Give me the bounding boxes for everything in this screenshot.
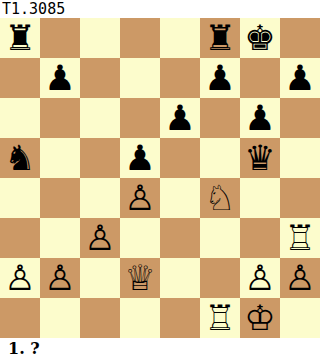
black-rook-f8[interactable]: ♜ <box>204 18 235 58</box>
square-c1[interactable] <box>80 298 120 338</box>
square-g3[interactable] <box>240 218 280 258</box>
black-pawn-h7[interactable]: ♟ <box>284 58 315 98</box>
black-pawn-b7[interactable]: ♟ <box>44 58 75 98</box>
square-h5[interactable] <box>280 138 320 178</box>
square-g7[interactable] <box>240 58 280 98</box>
white-knight-f4[interactable]: ♘ <box>204 178 235 218</box>
square-b5[interactable] <box>40 138 80 178</box>
puzzle-id-label: T1.3085 <box>0 0 65 18</box>
square-a1[interactable] <box>0 298 40 338</box>
square-a8[interactable]: ♜ <box>0 18 40 58</box>
square-e8[interactable] <box>160 18 200 58</box>
square-f5[interactable] <box>200 138 240 178</box>
square-d4[interactable]: ♙ <box>120 178 160 218</box>
square-b8[interactable] <box>40 18 80 58</box>
square-f8[interactable]: ♜ <box>200 18 240 58</box>
square-f3[interactable] <box>200 218 240 258</box>
white-pawn-d4[interactable]: ♙ <box>124 178 155 218</box>
square-h4[interactable] <box>280 178 320 218</box>
square-b2[interactable]: ♙ <box>40 258 80 298</box>
white-pawn-c3[interactable]: ♙ <box>84 218 115 258</box>
square-g5[interactable]: ♛ <box>240 138 280 178</box>
square-e2[interactable] <box>160 258 200 298</box>
square-b4[interactable] <box>40 178 80 218</box>
white-rook-f1[interactable]: ♖ <box>204 298 235 338</box>
square-b7[interactable]: ♟ <box>40 58 80 98</box>
white-king-g1[interactable]: ♔ <box>244 298 275 338</box>
square-b1[interactable] <box>40 298 80 338</box>
square-e6[interactable]: ♟ <box>160 98 200 138</box>
square-e4[interactable] <box>160 178 200 218</box>
square-d6[interactable] <box>120 98 160 138</box>
square-c6[interactable] <box>80 98 120 138</box>
square-c5[interactable] <box>80 138 120 178</box>
square-e3[interactable] <box>160 218 200 258</box>
square-d3[interactable] <box>120 218 160 258</box>
square-c3[interactable]: ♙ <box>80 218 120 258</box>
square-h6[interactable] <box>280 98 320 138</box>
square-d5[interactable]: ♟ <box>120 138 160 178</box>
move-prompt-label: 1. ? <box>0 338 40 360</box>
square-b3[interactable] <box>40 218 80 258</box>
black-pawn-e6[interactable]: ♟ <box>164 98 195 138</box>
black-pawn-d5[interactable]: ♟ <box>124 138 155 178</box>
black-pawn-f7[interactable]: ♟ <box>204 58 235 98</box>
square-f7[interactable]: ♟ <box>200 58 240 98</box>
square-f2[interactable] <box>200 258 240 298</box>
square-g4[interactable] <box>240 178 280 218</box>
black-queen-g5[interactable]: ♛ <box>244 138 275 178</box>
square-f6[interactable] <box>200 98 240 138</box>
white-pawn-b2[interactable]: ♙ <box>44 258 75 298</box>
white-pawn-g2[interactable]: ♙ <box>244 258 275 298</box>
white-rook-h3[interactable]: ♖ <box>284 218 315 258</box>
square-h1[interactable] <box>280 298 320 338</box>
square-e1[interactable] <box>160 298 200 338</box>
puzzle-app: T1.3085 ♜♜♚♟♟♟♟♟♞♟♛♙♘♙♖♙♙♕♙♙♖♔ 1. ? <box>0 0 320 360</box>
chess-board: ♜♜♚♟♟♟♟♟♞♟♛♙♘♙♖♙♙♕♙♙♖♔ <box>0 18 320 338</box>
square-h7[interactable]: ♟ <box>280 58 320 98</box>
square-a2[interactable]: ♙ <box>0 258 40 298</box>
square-b6[interactable] <box>40 98 80 138</box>
square-g8[interactable]: ♚ <box>240 18 280 58</box>
square-g6[interactable]: ♟ <box>240 98 280 138</box>
square-d7[interactable] <box>120 58 160 98</box>
square-a5[interactable]: ♞ <box>0 138 40 178</box>
square-a4[interactable] <box>0 178 40 218</box>
square-e7[interactable] <box>160 58 200 98</box>
square-g2[interactable]: ♙ <box>240 258 280 298</box>
square-d8[interactable] <box>120 18 160 58</box>
square-c4[interactable] <box>80 178 120 218</box>
square-g1[interactable]: ♔ <box>240 298 280 338</box>
white-pawn-h2[interactable]: ♙ <box>284 258 315 298</box>
square-h2[interactable]: ♙ <box>280 258 320 298</box>
square-c8[interactable] <box>80 18 120 58</box>
square-d1[interactable] <box>120 298 160 338</box>
black-pawn-g6[interactable]: ♟ <box>244 98 275 138</box>
title-bar: T1.3085 <box>0 0 320 18</box>
square-e5[interactable] <box>160 138 200 178</box>
white-pawn-a2[interactable]: ♙ <box>4 258 35 298</box>
status-bar: 1. ? <box>0 338 320 360</box>
square-a7[interactable] <box>0 58 40 98</box>
square-d2[interactable]: ♕ <box>120 258 160 298</box>
square-h8[interactable] <box>280 18 320 58</box>
black-knight-a5[interactable]: ♞ <box>4 138 35 178</box>
square-c7[interactable] <box>80 58 120 98</box>
square-f4[interactable]: ♘ <box>200 178 240 218</box>
square-a6[interactable] <box>0 98 40 138</box>
square-c2[interactable] <box>80 258 120 298</box>
black-rook-a8[interactable]: ♜ <box>4 18 35 58</box>
square-h3[interactable]: ♖ <box>280 218 320 258</box>
black-king-g8[interactable]: ♚ <box>244 18 275 58</box>
white-queen-d2[interactable]: ♕ <box>124 258 155 298</box>
square-a3[interactable] <box>0 218 40 258</box>
square-f1[interactable]: ♖ <box>200 298 240 338</box>
